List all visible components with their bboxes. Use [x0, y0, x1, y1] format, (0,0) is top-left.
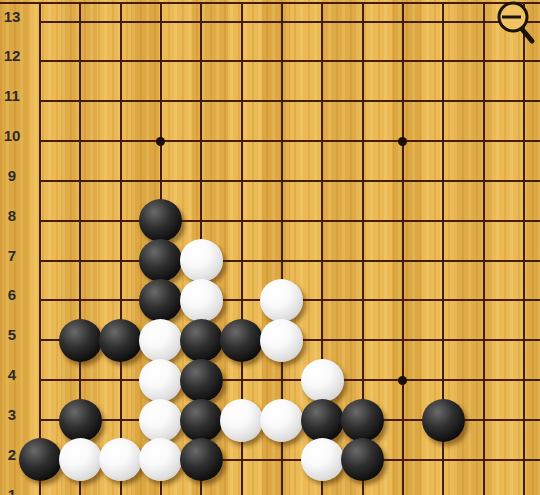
stone-black[interactable] — [422, 399, 465, 442]
stone-white[interactable] — [180, 239, 223, 282]
row-label: 7 — [0, 247, 24, 265]
star-point — [398, 137, 407, 146]
grid-line — [483, 2, 485, 495]
row-label: 5 — [0, 326, 24, 344]
row-label: 6 — [0, 286, 24, 304]
grid-line — [39, 220, 540, 222]
stone-black[interactable] — [180, 438, 223, 481]
grid-line — [120, 2, 122, 495]
stone-white[interactable] — [99, 438, 142, 481]
stone-black[interactable] — [99, 319, 142, 362]
stone-white[interactable] — [301, 359, 344, 402]
stone-black[interactable] — [220, 319, 263, 362]
row-label: 11 — [0, 87, 24, 105]
grid-line — [39, 21, 540, 23]
grid-line — [39, 100, 540, 102]
grid-line — [39, 180, 540, 182]
stone-white[interactable] — [139, 359, 182, 402]
stone-black[interactable] — [139, 199, 182, 242]
go-board-screen: 13121110987654321 — [0, 0, 540, 495]
grid-line — [39, 140, 540, 142]
stone-black[interactable] — [19, 438, 62, 481]
stone-white[interactable] — [180, 279, 223, 322]
stone-black[interactable] — [180, 359, 223, 402]
stone-white[interactable] — [301, 438, 344, 481]
grid-line — [523, 2, 525, 495]
zoom-out-button[interactable] — [488, 0, 536, 46]
row-label: 8 — [0, 207, 24, 225]
stone-black[interactable] — [59, 319, 102, 362]
stone-white[interactable] — [139, 399, 182, 442]
row-label: 12 — [0, 47, 24, 65]
grid-line — [39, 60, 540, 62]
grid-line — [39, 260, 540, 262]
stone-black[interactable] — [139, 279, 182, 322]
grid-line — [402, 2, 404, 495]
stone-white[interactable] — [260, 319, 303, 362]
stone-white[interactable] — [139, 319, 182, 362]
grid-line — [39, 2, 41, 495]
grid-line — [39, 379, 540, 381]
stone-white[interactable] — [59, 438, 102, 481]
star-point — [398, 376, 407, 385]
row-label: 9 — [0, 167, 24, 185]
stone-black[interactable] — [180, 399, 223, 442]
stone-black[interactable] — [301, 399, 344, 442]
row-label: 1 — [0, 486, 24, 495]
star-point — [156, 137, 165, 146]
row-label: 3 — [0, 406, 24, 424]
row-label: 10 — [0, 127, 24, 145]
stone-white[interactable] — [139, 438, 182, 481]
stone-white[interactable] — [220, 399, 263, 442]
stone-white[interactable] — [260, 399, 303, 442]
row-label: 13 — [0, 8, 24, 26]
go-board[interactable]: 13121110987654321 — [0, 0, 540, 495]
stone-black[interactable] — [341, 438, 384, 481]
stone-white[interactable] — [260, 279, 303, 322]
row-label: 4 — [0, 366, 24, 384]
stone-black[interactable] — [180, 319, 223, 362]
stone-black[interactable] — [341, 399, 384, 442]
stone-black[interactable] — [59, 399, 102, 442]
stone-black[interactable] — [139, 239, 182, 282]
magnifier-minus-icon — [499, 3, 532, 41]
